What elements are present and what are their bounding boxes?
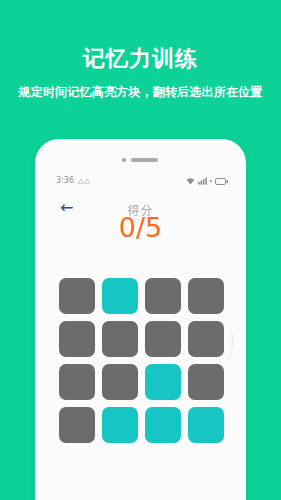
grid-cell[interactable] [188,321,224,357]
signal-icon [198,177,207,185]
triangle-icon: △△ [78,175,91,187]
memory-grid [59,278,224,443]
grid-cell[interactable] [59,407,95,443]
grid-cell[interactable] [102,321,138,357]
screen-side-detail [220,316,233,368]
grid-cell[interactable] [102,364,138,400]
page-title: 记忆力训练 [0,44,281,74]
grid-cell[interactable] [188,278,224,314]
status-right [186,177,228,185]
grid-cell[interactable] [188,407,224,443]
grid-cell[interactable] [145,278,181,314]
battery-icon [215,178,228,185]
grid-cell[interactable] [59,364,95,400]
speaker-bar-icon [131,158,158,162]
camera-dot-icon [122,158,126,162]
grid-cell[interactable] [145,321,181,357]
grid-cell[interactable] [102,278,138,314]
wifi-icon [186,177,195,185]
grid-cell[interactable] [59,321,95,357]
grid-cell[interactable] [145,364,181,400]
status-bar: 3:36 △△ [56,175,228,187]
page-subtitle: 规定时间记忆高亮方块，翻转后选出所在位置 [0,84,281,101]
grid-cell[interactable] [102,407,138,443]
grid-cell[interactable] [59,278,95,314]
status-left: 3:36 △△ [56,175,91,187]
score-value: 0/5 [35,214,246,242]
phone-mockup: 3:36 △△ ← 得分 0/5 [35,139,246,500]
promo-page: 记忆力训练 规定时间记忆高亮方块，翻转后选出所在位置 3:36 △△ [0,0,281,500]
status-time: 3:36 [56,175,74,187]
grid-cell[interactable] [145,407,181,443]
grid-cell[interactable] [188,364,224,400]
status-dot-icon [210,180,212,182]
